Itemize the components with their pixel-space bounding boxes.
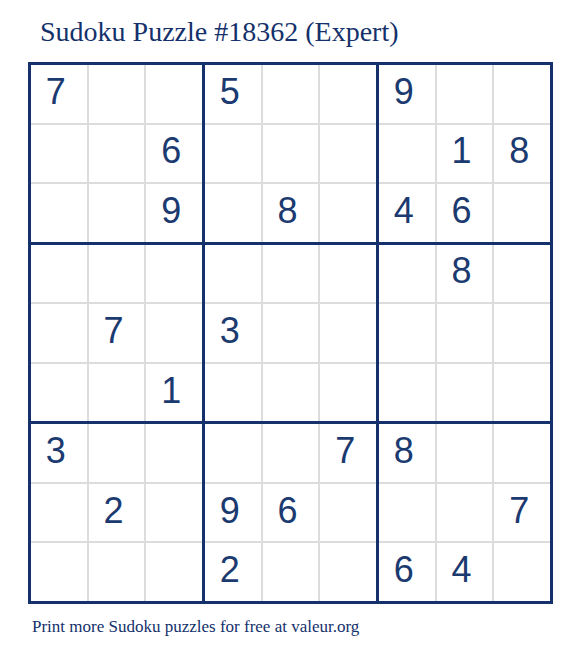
sudoku-board: 769589184671383279628764 xyxy=(28,62,553,604)
sudoku-cell-r6c7 xyxy=(379,364,435,422)
sudoku-cell-r2c6 xyxy=(320,125,376,183)
sudoku-cell-r2c9: 8 xyxy=(494,125,550,183)
cell-digit: 3 xyxy=(46,433,66,469)
cell-digit: 4 xyxy=(394,193,414,229)
sudoku-cell-r3c8: 6 xyxy=(437,184,493,242)
sudoku-cell-r2c1 xyxy=(31,125,87,183)
sudoku-cell-r5c7 xyxy=(379,304,435,362)
sudoku-cell-r7c6: 7 xyxy=(320,424,376,482)
cell-digit: 6 xyxy=(451,193,471,229)
cell-digit: 9 xyxy=(161,193,181,229)
sudoku-box-7: 32 xyxy=(31,424,202,601)
sudoku-cell-r8c3 xyxy=(146,484,202,542)
sudoku-cell-r2c2 xyxy=(89,125,145,183)
sudoku-cell-r9c5 xyxy=(263,543,319,601)
sudoku-cell-r3c9 xyxy=(494,184,550,242)
cell-digit: 2 xyxy=(103,493,123,529)
sudoku-cell-r5c5 xyxy=(263,304,319,362)
sudoku-cell-r3c5: 8 xyxy=(263,184,319,242)
sudoku-cell-r7c9 xyxy=(494,424,550,482)
sudoku-box-4: 71 xyxy=(31,245,202,422)
sudoku-cell-r9c7: 6 xyxy=(379,543,435,601)
sudoku-cell-r8c2: 2 xyxy=(89,484,145,542)
cell-digit: 7 xyxy=(103,313,123,349)
sudoku-box-2: 58 xyxy=(205,65,376,242)
sudoku-cell-r2c5 xyxy=(263,125,319,183)
sudoku-cell-r1c3 xyxy=(146,65,202,123)
sudoku-cell-r8c8 xyxy=(437,484,493,542)
sudoku-cell-r8c7 xyxy=(379,484,435,542)
cell-digit: 7 xyxy=(46,74,66,110)
sudoku-cell-r9c9 xyxy=(494,543,550,601)
cell-digit: 8 xyxy=(509,133,529,169)
sudoku-cell-r5c3 xyxy=(146,304,202,362)
sudoku-cell-r4c1 xyxy=(31,245,87,303)
sudoku-cell-r6c6 xyxy=(320,364,376,422)
sudoku-cell-r3c7: 4 xyxy=(379,184,435,242)
sudoku-cell-r1c6 xyxy=(320,65,376,123)
sudoku-cell-r1c5 xyxy=(263,65,319,123)
cell-digit: 2 xyxy=(220,552,240,588)
sudoku-cell-r4c2 xyxy=(89,245,145,303)
cell-digit: 8 xyxy=(394,433,414,469)
sudoku-cell-r9c4: 2 xyxy=(205,543,261,601)
sudoku-cell-r4c3 xyxy=(146,245,202,303)
sudoku-box-1: 769 xyxy=(31,65,202,242)
sudoku-cell-r4c7 xyxy=(379,245,435,303)
cell-digit: 1 xyxy=(161,373,181,409)
sudoku-cell-r8c5: 6 xyxy=(263,484,319,542)
sudoku-cell-r2c4 xyxy=(205,125,261,183)
cell-digit: 6 xyxy=(277,493,297,529)
sudoku-cell-r4c5 xyxy=(263,245,319,303)
sudoku-cell-r7c5 xyxy=(263,424,319,482)
sudoku-cell-r6c3: 1 xyxy=(146,364,202,422)
sudoku-cell-r4c9 xyxy=(494,245,550,303)
sudoku-cell-r1c2 xyxy=(89,65,145,123)
sudoku-cell-r3c3: 9 xyxy=(146,184,202,242)
cell-digit: 4 xyxy=(451,552,471,588)
sudoku-cell-r5c1 xyxy=(31,304,87,362)
sudoku-cell-r3c1 xyxy=(31,184,87,242)
sudoku-cell-r9c3 xyxy=(146,543,202,601)
cell-digit: 6 xyxy=(161,133,181,169)
sudoku-cell-r1c1: 7 xyxy=(31,65,87,123)
sudoku-cell-r6c2 xyxy=(89,364,145,422)
cell-digit: 3 xyxy=(220,313,240,349)
sudoku-cell-r1c7: 9 xyxy=(379,65,435,123)
cell-digit: 9 xyxy=(220,493,240,529)
sudoku-cell-r9c8: 4 xyxy=(437,543,493,601)
sudoku-cell-r4c8: 8 xyxy=(437,245,493,303)
sudoku-cell-r3c2 xyxy=(89,184,145,242)
sudoku-box-9: 8764 xyxy=(379,424,550,601)
sudoku-cell-r5c6 xyxy=(320,304,376,362)
sudoku-cell-r2c3: 6 xyxy=(146,125,202,183)
sudoku-cell-r5c9 xyxy=(494,304,550,362)
footer-note: Print more Sudoku puzzles for free at va… xyxy=(32,617,359,637)
sudoku-box-5: 3 xyxy=(205,245,376,422)
sudoku-cell-r8c9: 7 xyxy=(494,484,550,542)
sudoku-cell-r4c6 xyxy=(320,245,376,303)
sudoku-cell-r6c4 xyxy=(205,364,261,422)
sudoku-cell-r7c1: 3 xyxy=(31,424,87,482)
sudoku-cell-r5c2: 7 xyxy=(89,304,145,362)
cell-digit: 5 xyxy=(220,74,240,110)
cell-digit: 7 xyxy=(509,493,529,529)
sudoku-cell-r5c8 xyxy=(437,304,493,362)
cell-digit: 8 xyxy=(277,193,297,229)
sudoku-cell-r9c2 xyxy=(89,543,145,601)
sudoku-cell-r7c8 xyxy=(437,424,493,482)
sudoku-cell-r6c1 xyxy=(31,364,87,422)
page-title: Sudoku Puzzle #18362 (Expert) xyxy=(40,16,399,48)
sudoku-cell-r7c2 xyxy=(89,424,145,482)
sudoku-cell-r1c8 xyxy=(437,65,493,123)
cell-digit: 7 xyxy=(335,433,355,469)
sudoku-cell-r8c4: 9 xyxy=(205,484,261,542)
sudoku-cell-r1c9 xyxy=(494,65,550,123)
sudoku-cell-r8c1 xyxy=(31,484,87,542)
sudoku-cell-r2c7 xyxy=(379,125,435,183)
sudoku-cell-r7c4 xyxy=(205,424,261,482)
sudoku-cell-r3c4 xyxy=(205,184,261,242)
sudoku-cell-r6c5 xyxy=(263,364,319,422)
sudoku-cell-r7c3 xyxy=(146,424,202,482)
sudoku-cell-r5c4: 3 xyxy=(205,304,261,362)
sudoku-cell-r9c1 xyxy=(31,543,87,601)
sudoku-box-6: 8 xyxy=(379,245,550,422)
sudoku-box-8: 7962 xyxy=(205,424,376,601)
sudoku-cell-r4c4 xyxy=(205,245,261,303)
sudoku-cell-r2c8: 1 xyxy=(437,125,493,183)
sudoku-cell-r9c6 xyxy=(320,543,376,601)
sudoku-cell-r6c9 xyxy=(494,364,550,422)
cell-digit: 6 xyxy=(394,552,414,588)
sudoku-cell-r6c8 xyxy=(437,364,493,422)
sudoku-cell-r1c4: 5 xyxy=(205,65,261,123)
sudoku-cell-r7c7: 8 xyxy=(379,424,435,482)
cell-digit: 8 xyxy=(451,253,471,289)
sudoku-box-3: 91846 xyxy=(379,65,550,242)
sudoku-cell-r3c6 xyxy=(320,184,376,242)
sudoku-cell-r8c6 xyxy=(320,484,376,542)
cell-digit: 1 xyxy=(451,133,471,169)
cell-digit: 9 xyxy=(394,74,414,110)
